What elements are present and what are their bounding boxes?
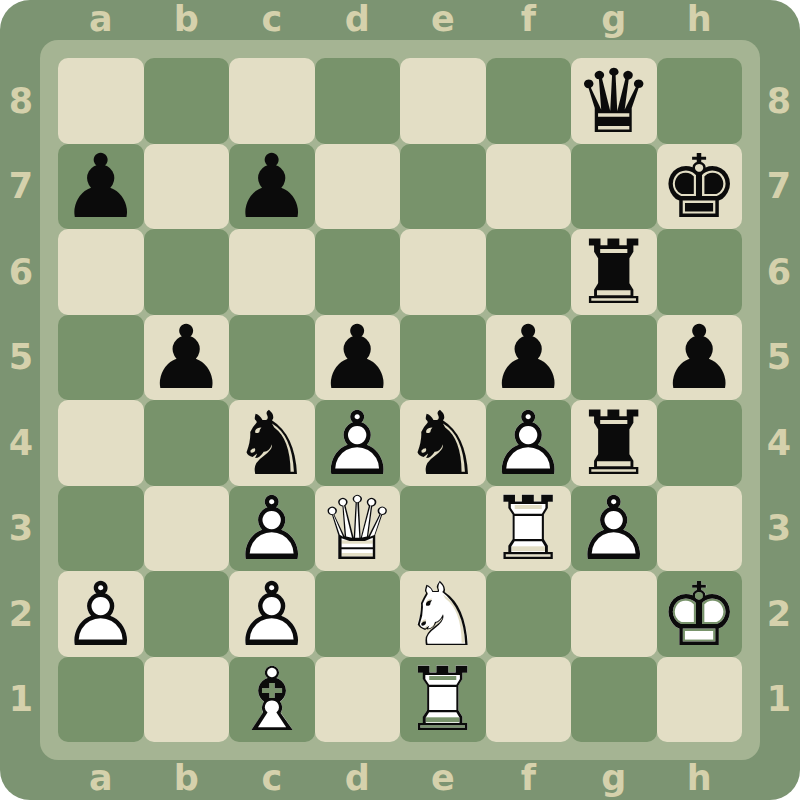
square-f3[interactable]: ♜♖ — [486, 486, 572, 572]
piece-black-knight[interactable]: ♞ — [229, 400, 315, 486]
piece-white-pawn[interactable]: ♟︎♙︎ — [571, 486, 657, 572]
rank-label-right-7: 7 — [758, 144, 800, 230]
white-pawn-outline: ♙︎ — [486, 401, 572, 487]
black-rook-glyph: ♜ — [571, 230, 657, 316]
piece-white-king[interactable]: ♚♔ — [657, 571, 743, 657]
file-label-top-c: c — [229, 0, 315, 40]
white-pawn-outline: ♙︎ — [315, 401, 401, 487]
square-h7[interactable]: ♚ — [657, 144, 743, 230]
square-c5[interactable] — [229, 315, 315, 401]
square-a4[interactable] — [58, 400, 144, 486]
square-d2[interactable] — [315, 571, 401, 657]
white-rook-outline: ♖ — [400, 658, 486, 744]
piece-black-king[interactable]: ♚ — [657, 144, 743, 230]
square-d8[interactable] — [315, 58, 401, 144]
square-d7[interactable] — [315, 144, 401, 230]
piece-white-rook[interactable]: ♜♖ — [400, 657, 486, 743]
square-c8[interactable] — [229, 58, 315, 144]
square-e5[interactable] — [400, 315, 486, 401]
square-c6[interactable] — [229, 229, 315, 315]
piece-black-rook[interactable]: ♜ — [571, 400, 657, 486]
square-a1[interactable] — [58, 657, 144, 743]
square-h5[interactable]: ♟︎ — [657, 315, 743, 401]
rank-label-left-1: 1 — [0, 657, 42, 743]
file-label-bottom-g: g — [571, 756, 657, 800]
square-f5[interactable]: ♟︎ — [486, 315, 572, 401]
white-bishop-outline: ♗ — [229, 658, 315, 744]
square-a2[interactable]: ♟︎♙︎ — [58, 571, 144, 657]
square-f1[interactable] — [486, 657, 572, 743]
white-pawn-outline: ♙︎ — [58, 572, 144, 658]
black-king-glyph: ♚ — [657, 145, 743, 231]
piece-black-pawn[interactable]: ♟︎ — [229, 144, 315, 230]
piece-black-pawn[interactable]: ♟︎ — [144, 315, 230, 401]
squares-grid: ♛♟︎♟︎♚♜♟︎♟︎♟︎♟︎♞♟︎♙︎♞♟︎♙︎♜♟︎♙︎♛♕♜♖♟︎♙︎♟︎… — [58, 58, 742, 742]
square-c3[interactable]: ♟︎♙︎ — [229, 486, 315, 572]
rank-label-right-4: 4 — [758, 400, 800, 486]
piece-white-bishop[interactable]: ♝♗ — [229, 657, 315, 743]
square-a3[interactable] — [58, 486, 144, 572]
square-f2[interactable] — [486, 571, 572, 657]
square-e2[interactable]: ♞♘ — [400, 571, 486, 657]
file-label-top-f: f — [486, 0, 572, 40]
square-h1[interactable] — [657, 657, 743, 743]
file-label-bottom-e: e — [400, 756, 486, 800]
black-knight-glyph: ♞ — [229, 401, 315, 487]
square-d1[interactable] — [315, 657, 401, 743]
square-g8[interactable]: ♛ — [571, 58, 657, 144]
piece-white-pawn[interactable]: ♟︎♙︎ — [229, 486, 315, 572]
square-b3[interactable] — [144, 486, 230, 572]
black-pawn-glyph: ♟︎ — [58, 145, 144, 231]
rank-labels-left: 87654321 — [0, 58, 42, 742]
square-e1[interactable]: ♜♖ — [400, 657, 486, 743]
square-h4[interactable] — [657, 400, 743, 486]
piece-white-queen[interactable]: ♛♕ — [315, 486, 401, 572]
white-pawn-outline: ♙︎ — [229, 487, 315, 573]
rank-labels-right: 87654321 — [758, 58, 800, 742]
square-g1[interactable] — [571, 657, 657, 743]
square-d5[interactable]: ♟︎ — [315, 315, 401, 401]
square-f7[interactable] — [486, 144, 572, 230]
square-h3[interactable] — [657, 486, 743, 572]
piece-white-pawn[interactable]: ♟︎♙︎ — [58, 571, 144, 657]
square-c2[interactable]: ♟︎♙︎ — [229, 571, 315, 657]
square-b2[interactable] — [144, 571, 230, 657]
square-c1[interactable]: ♝♗ — [229, 657, 315, 743]
rank-label-left-7: 7 — [0, 144, 42, 230]
rank-label-right-6: 6 — [758, 229, 800, 315]
piece-white-knight[interactable]: ♞♘ — [400, 571, 486, 657]
square-g7[interactable] — [571, 144, 657, 230]
piece-black-pawn[interactable]: ♟︎ — [657, 315, 743, 401]
file-label-top-h: h — [657, 0, 743, 40]
file-label-bottom-d: d — [315, 756, 401, 800]
white-rook-outline: ♖ — [486, 487, 572, 573]
black-rook-glyph: ♜ — [571, 401, 657, 487]
rank-label-right-1: 1 — [758, 657, 800, 743]
file-label-bottom-f: f — [486, 756, 572, 800]
square-f4[interactable]: ♟︎♙︎ — [486, 400, 572, 486]
white-pawn-outline: ♙︎ — [571, 487, 657, 573]
rank-label-right-8: 8 — [758, 58, 800, 144]
square-g3[interactable]: ♟︎♙︎ — [571, 486, 657, 572]
piece-white-rook[interactable]: ♜♖ — [486, 486, 572, 572]
file-label-bottom-b: b — [144, 756, 230, 800]
piece-white-pawn[interactable]: ♟︎♙︎ — [486, 400, 572, 486]
piece-black-pawn[interactable]: ♟︎ — [315, 315, 401, 401]
file-label-top-a: a — [58, 0, 144, 40]
square-c7[interactable]: ♟︎ — [229, 144, 315, 230]
square-d3[interactable]: ♛♕ — [315, 486, 401, 572]
square-g6[interactable]: ♜ — [571, 229, 657, 315]
piece-white-pawn[interactable]: ♟︎♙︎ — [229, 571, 315, 657]
black-pawn-glyph: ♟︎ — [315, 316, 401, 402]
square-a6[interactable] — [58, 229, 144, 315]
square-e4[interactable]: ♞ — [400, 400, 486, 486]
black-queen-glyph: ♛ — [571, 59, 657, 145]
file-labels-bottom: abcdefgh — [58, 756, 742, 800]
rank-label-right-3: 3 — [758, 486, 800, 572]
file-label-top-d: d — [315, 0, 401, 40]
rank-label-left-4: 4 — [0, 400, 42, 486]
file-label-bottom-c: c — [229, 756, 315, 800]
piece-black-rook[interactable]: ♜ — [571, 229, 657, 315]
black-pawn-glyph: ♟︎ — [144, 316, 230, 402]
square-d4[interactable]: ♟︎♙︎ — [315, 400, 401, 486]
square-h2[interactable]: ♚♔ — [657, 571, 743, 657]
file-label-bottom-a: a — [58, 756, 144, 800]
square-b8[interactable] — [144, 58, 230, 144]
square-e6[interactable] — [400, 229, 486, 315]
square-a5[interactable] — [58, 315, 144, 401]
square-c4[interactable]: ♞ — [229, 400, 315, 486]
square-e8[interactable] — [400, 58, 486, 144]
rank-label-right-2: 2 — [758, 571, 800, 657]
square-b7[interactable] — [144, 144, 230, 230]
chess-board: abcdefgh abcdefgh 87654321 87654321 ♛♟︎♟… — [0, 0, 800, 800]
file-labels-top: abcdefgh — [58, 0, 742, 40]
file-label-bottom-h: h — [657, 756, 743, 800]
square-h6[interactable] — [657, 229, 743, 315]
black-pawn-glyph: ♟︎ — [486, 316, 572, 402]
square-e3[interactable] — [400, 486, 486, 572]
square-b5[interactable]: ♟︎ — [144, 315, 230, 401]
square-b1[interactable] — [144, 657, 230, 743]
rank-label-left-2: 2 — [0, 571, 42, 657]
white-pawn-outline: ♙︎ — [229, 572, 315, 658]
square-a7[interactable]: ♟︎ — [58, 144, 144, 230]
square-f6[interactable] — [486, 229, 572, 315]
square-f8[interactable] — [486, 58, 572, 144]
rank-label-left-5: 5 — [0, 315, 42, 401]
square-b4[interactable] — [144, 400, 230, 486]
rank-label-left-8: 8 — [0, 58, 42, 144]
piece-black-knight[interactable]: ♞ — [400, 400, 486, 486]
square-g2[interactable] — [571, 571, 657, 657]
square-a8[interactable] — [58, 58, 144, 144]
rank-label-left-6: 6 — [0, 229, 42, 315]
rank-label-right-5: 5 — [758, 315, 800, 401]
rank-label-left-3: 3 — [0, 486, 42, 572]
square-g5[interactable] — [571, 315, 657, 401]
black-pawn-glyph: ♟︎ — [229, 145, 315, 231]
piece-black-pawn[interactable]: ♟︎ — [486, 315, 572, 401]
square-e7[interactable] — [400, 144, 486, 230]
square-b6[interactable] — [144, 229, 230, 315]
piece-black-queen[interactable]: ♛ — [571, 58, 657, 144]
square-h8[interactable] — [657, 58, 743, 144]
black-pawn-glyph: ♟︎ — [657, 316, 743, 402]
white-king-outline: ♔ — [657, 572, 743, 658]
file-label-top-g: g — [571, 0, 657, 40]
file-label-top-b: b — [144, 0, 230, 40]
piece-black-pawn[interactable]: ♟︎ — [58, 144, 144, 230]
white-queen-outline: ♕ — [315, 487, 401, 573]
square-d6[interactable] — [315, 229, 401, 315]
black-knight-glyph: ♞ — [400, 401, 486, 487]
file-label-top-e: e — [400, 0, 486, 40]
piece-white-pawn[interactable]: ♟︎♙︎ — [315, 400, 401, 486]
square-g4[interactable]: ♜ — [571, 400, 657, 486]
white-knight-outline: ♘ — [400, 572, 486, 658]
